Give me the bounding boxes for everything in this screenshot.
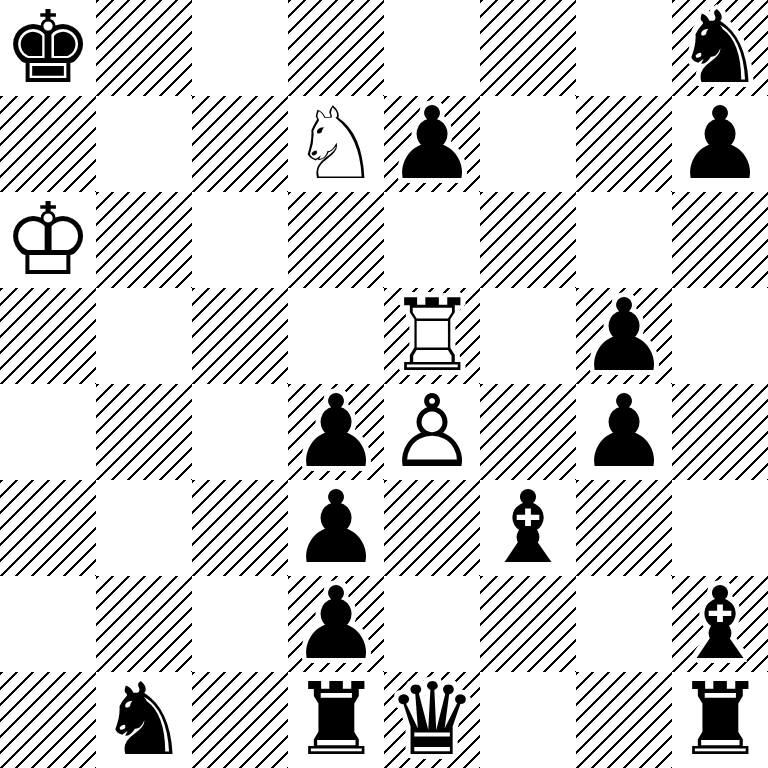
square-g7[interactable]: [576, 96, 672, 192]
black-pawn-halo: ♟: [387, 96, 477, 192]
square-h6[interactable]: [672, 192, 768, 288]
black-pawn-glyph: ♟: [291, 576, 381, 672]
square-e8[interactable]: [384, 0, 480, 96]
square-f7[interactable]: [480, 96, 576, 192]
black-bishop-halo: ♝: [483, 480, 573, 576]
square-c1[interactable]: [192, 672, 288, 768]
square-h1[interactable]: ♜♜: [672, 672, 768, 768]
square-c5[interactable]: [192, 288, 288, 384]
black-pawn: ♟♟: [288, 384, 384, 480]
square-e4[interactable]: ♟♙: [384, 384, 480, 480]
black-pawn-glyph: ♟: [675, 96, 765, 192]
black-king: ♚♚: [0, 0, 96, 96]
square-d1[interactable]: ♜♜: [288, 672, 384, 768]
black-pawn: ♟♟: [288, 480, 384, 576]
square-d7[interactable]: ♞♘: [288, 96, 384, 192]
square-d6[interactable]: [288, 192, 384, 288]
square-a6[interactable]: ♚♔: [0, 192, 96, 288]
black-king-halo: ♚: [3, 0, 93, 96]
square-f6[interactable]: [480, 192, 576, 288]
square-e3[interactable]: [384, 480, 480, 576]
square-f2[interactable]: [480, 576, 576, 672]
black-rook: ♜♜: [672, 672, 768, 768]
square-g4[interactable]: ♟♟: [576, 384, 672, 480]
square-f3[interactable]: ♝♝: [480, 480, 576, 576]
black-rook-halo: ♜: [675, 672, 765, 768]
black-queen: ♛♛: [384, 672, 480, 768]
white-knight-glyph: ♘: [291, 96, 381, 192]
black-pawn-glyph: ♟: [579, 288, 669, 384]
square-h2[interactable]: ♝♝: [672, 576, 768, 672]
square-a8[interactable]: ♚♚: [0, 0, 96, 96]
black-pawn-glyph: ♟: [291, 480, 381, 576]
black-pawn-glyph: ♟: [579, 384, 669, 480]
square-e5[interactable]: ♜♖: [384, 288, 480, 384]
black-knight-glyph: ♞: [99, 672, 189, 768]
square-a7[interactable]: [0, 96, 96, 192]
square-f4[interactable]: [480, 384, 576, 480]
black-pawn: ♟♟: [576, 384, 672, 480]
square-d3[interactable]: ♟♟: [288, 480, 384, 576]
black-king-glyph: ♚: [3, 0, 93, 96]
black-knight: ♞♞: [672, 0, 768, 96]
square-d2[interactable]: ♟♟: [288, 576, 384, 672]
black-knight-halo: ♞: [675, 0, 765, 96]
black-pawn: ♟♟: [384, 96, 480, 192]
square-g5[interactable]: ♟♟: [576, 288, 672, 384]
white-king-glyph: ♔: [3, 192, 93, 288]
square-d4[interactable]: ♟♟: [288, 384, 384, 480]
square-h5[interactable]: [672, 288, 768, 384]
black-pawn-halo: ♟: [291, 480, 381, 576]
square-c4[interactable]: [192, 384, 288, 480]
square-f5[interactable]: [480, 288, 576, 384]
black-pawn: ♟♟: [672, 96, 768, 192]
square-g2[interactable]: [576, 576, 672, 672]
white-king-halo: ♚: [3, 192, 93, 288]
square-a4[interactable]: [0, 384, 96, 480]
black-pawn-halo: ♟: [579, 288, 669, 384]
square-g8[interactable]: [576, 0, 672, 96]
square-f1[interactable]: [480, 672, 576, 768]
black-pawn: ♟♟: [288, 576, 384, 672]
square-c2[interactable]: [192, 576, 288, 672]
square-d8[interactable]: [288, 0, 384, 96]
square-a3[interactable]: [0, 480, 96, 576]
square-b3[interactable]: [96, 480, 192, 576]
square-c7[interactable]: [192, 96, 288, 192]
black-knight-halo: ♞: [99, 672, 189, 768]
black-pawn-glyph: ♟: [291, 384, 381, 480]
white-rook: ♜♖: [384, 288, 480, 384]
black-rook: ♜♜: [288, 672, 384, 768]
black-knight-glyph: ♞: [675, 0, 765, 96]
square-c8[interactable]: [192, 0, 288, 96]
square-a5[interactable]: [0, 288, 96, 384]
black-pawn: ♟♟: [576, 288, 672, 384]
black-queen-glyph: ♛: [387, 672, 477, 768]
square-b8[interactable]: [96, 0, 192, 96]
square-b1[interactable]: ♞♞: [96, 672, 192, 768]
square-e7[interactable]: ♟♟: [384, 96, 480, 192]
square-h3[interactable]: [672, 480, 768, 576]
square-h8[interactable]: ♞♞: [672, 0, 768, 96]
black-rook-halo: ♜: [291, 672, 381, 768]
square-g6[interactable]: [576, 192, 672, 288]
black-bishop: ♝♝: [480, 480, 576, 576]
black-bishop-glyph: ♝: [483, 480, 573, 576]
square-e6[interactable]: [384, 192, 480, 288]
square-c6[interactable]: [192, 192, 288, 288]
white-knight: ♞♘: [288, 96, 384, 192]
square-b6[interactable]: [96, 192, 192, 288]
square-b2[interactable]: [96, 576, 192, 672]
white-pawn-halo: ♟: [387, 384, 477, 480]
square-e2[interactable]: [384, 576, 480, 672]
black-rook-glyph: ♜: [675, 672, 765, 768]
white-pawn-glyph: ♙: [387, 384, 477, 480]
black-pawn-halo: ♟: [579, 384, 669, 480]
black-knight: ♞♞: [96, 672, 192, 768]
white-rook-halo: ♜: [387, 288, 477, 384]
white-king: ♚♔: [0, 192, 96, 288]
white-knight-halo: ♞: [291, 96, 381, 192]
black-queen-halo: ♛: [387, 672, 477, 768]
black-bishop: ♝♝: [672, 576, 768, 672]
chess-board: ♚♚♞♞♞♘♟♟♟♟♚♔♜♖♟♟♟♟♟♙♟♟♟♟♝♝♟♟♝♝♞♞♜♜♛♛♜♜: [0, 0, 768, 768]
square-g1[interactable]: [576, 672, 672, 768]
square-f8[interactable]: [480, 0, 576, 96]
square-b4[interactable]: [96, 384, 192, 480]
square-h4[interactable]: [672, 384, 768, 480]
black-rook-glyph: ♜: [291, 672, 381, 768]
black-pawn-halo: ♟: [291, 576, 381, 672]
white-rook-glyph: ♖: [387, 288, 477, 384]
black-bishop-halo: ♝: [675, 576, 765, 672]
black-pawn-halo: ♟: [675, 96, 765, 192]
square-a2[interactable]: [0, 576, 96, 672]
square-b5[interactable]: [96, 288, 192, 384]
black-pawn-glyph: ♟: [387, 96, 477, 192]
square-e1[interactable]: ♛♛: [384, 672, 480, 768]
square-g3[interactable]: [576, 480, 672, 576]
square-a1[interactable]: [0, 672, 96, 768]
white-pawn: ♟♙: [384, 384, 480, 480]
black-bishop-glyph: ♝: [675, 576, 765, 672]
square-b7[interactable]: [96, 96, 192, 192]
square-d5[interactable]: [288, 288, 384, 384]
black-pawn-halo: ♟: [291, 384, 381, 480]
square-c3[interactable]: [192, 480, 288, 576]
square-h7[interactable]: ♟♟: [672, 96, 768, 192]
